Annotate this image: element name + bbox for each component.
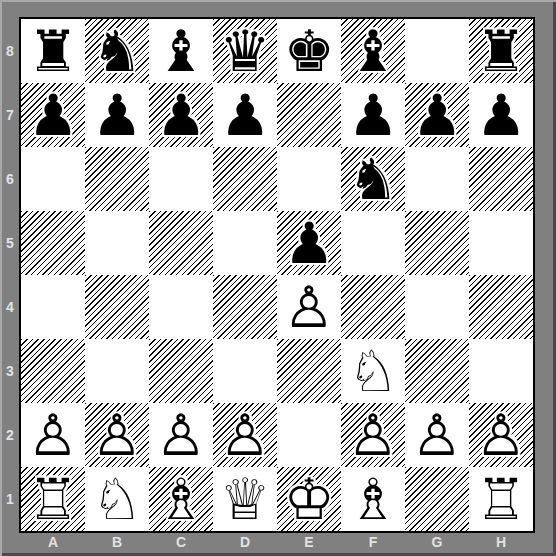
piece-white-pawn: ♙ <box>405 403 469 467</box>
square-a2[interactable]: ♟♙ <box>21 403 85 467</box>
rank-label-6: 6 <box>1 147 19 211</box>
square-e8[interactable]: ♚ <box>277 19 341 83</box>
piece-black-pawn: ♟ <box>149 83 213 147</box>
piece-black-bishop: ♝ <box>341 19 405 83</box>
square-b3[interactable] <box>85 339 149 403</box>
square-h2[interactable]: ♟♙ <box>469 403 533 467</box>
file-label-f: F <box>341 533 405 553</box>
piece-white-pawn-fill: ♟ <box>405 403 469 467</box>
piece-white-bishop: ♗ <box>341 467 405 531</box>
square-f4[interactable] <box>341 275 405 339</box>
square-c6[interactable] <box>149 147 213 211</box>
square-e5[interactable]: ♟ <box>277 211 341 275</box>
square-a1[interactable]: ♜♖ <box>21 467 85 531</box>
piece-black-pawn: ♟ <box>21 83 85 147</box>
piece-white-knight-fill: ♞ <box>85 467 149 531</box>
file-label-e: E <box>277 533 341 553</box>
square-b2[interactable]: ♟♙ <box>85 403 149 467</box>
square-e2[interactable] <box>277 403 341 467</box>
file-label-a: A <box>21 533 85 553</box>
square-e6[interactable] <box>277 147 341 211</box>
rank-label-1: 1 <box>1 467 19 531</box>
piece-black-pawn: ♟ <box>469 83 533 147</box>
square-g6[interactable] <box>405 147 469 211</box>
square-c7[interactable]: ♟ <box>149 83 213 147</box>
square-h1[interactable]: ♜♖ <box>469 467 533 531</box>
piece-white-pawn-fill: ♟ <box>469 403 533 467</box>
piece-white-pawn: ♙ <box>213 403 277 467</box>
piece-white-pawn: ♙ <box>277 275 341 339</box>
piece-white-pawn-fill: ♟ <box>21 403 85 467</box>
piece-black-pawn: ♟ <box>405 83 469 147</box>
piece-black-knight: ♞ <box>85 19 149 83</box>
piece-black-knight: ♞ <box>341 147 405 211</box>
square-e4[interactable]: ♟♙ <box>277 275 341 339</box>
square-h4[interactable] <box>469 275 533 339</box>
square-c4[interactable] <box>149 275 213 339</box>
square-h5[interactable] <box>469 211 533 275</box>
piece-white-queen: ♕ <box>213 467 277 531</box>
piece-white-knight-fill: ♞ <box>341 339 405 403</box>
square-c3[interactable] <box>149 339 213 403</box>
rank-label-4: 4 <box>1 275 19 339</box>
piece-white-king-fill: ♚ <box>277 467 341 531</box>
square-d5[interactable] <box>213 211 277 275</box>
file-label-g: G <box>405 533 469 553</box>
square-f6[interactable]: ♞ <box>341 147 405 211</box>
chess-board: ♜♞♝♛♚♝♜♟♟♟♟♟♟♟♞♟♟♙♞♘♟♙♟♙♟♙♟♙♟♙♟♙♟♙♜♖♞♘♝♗… <box>19 17 535 533</box>
piece-white-pawn: ♙ <box>149 403 213 467</box>
square-b4[interactable] <box>85 275 149 339</box>
piece-white-pawn: ♙ <box>469 403 533 467</box>
square-c8[interactable]: ♝ <box>149 19 213 83</box>
piece-white-bishop: ♗ <box>149 467 213 531</box>
square-g8[interactable] <box>405 19 469 83</box>
piece-white-pawn: ♙ <box>341 403 405 467</box>
square-c5[interactable] <box>149 211 213 275</box>
square-g7[interactable]: ♟ <box>405 83 469 147</box>
rank-label-8: 8 <box>1 19 19 83</box>
square-b8[interactable]: ♞ <box>85 19 149 83</box>
piece-black-rook: ♜ <box>469 19 533 83</box>
piece-white-pawn-fill: ♟ <box>149 403 213 467</box>
piece-white-pawn: ♙ <box>85 403 149 467</box>
square-f3[interactable]: ♞♘ <box>341 339 405 403</box>
piece-white-pawn: ♙ <box>21 403 85 467</box>
square-c2[interactable]: ♟♙ <box>149 403 213 467</box>
piece-white-queen-fill: ♛ <box>213 467 277 531</box>
square-a8[interactable]: ♜ <box>21 19 85 83</box>
rank-label-5: 5 <box>1 211 19 275</box>
square-h3[interactable] <box>469 339 533 403</box>
square-g5[interactable] <box>405 211 469 275</box>
square-g3[interactable] <box>405 339 469 403</box>
square-d2[interactable]: ♟♙ <box>213 403 277 467</box>
square-d4[interactable] <box>213 275 277 339</box>
square-g2[interactable]: ♟♙ <box>405 403 469 467</box>
square-b7[interactable]: ♟ <box>85 83 149 147</box>
square-d6[interactable] <box>213 147 277 211</box>
square-a5[interactable] <box>21 211 85 275</box>
square-h8[interactable]: ♜ <box>469 19 533 83</box>
piece-white-knight: ♘ <box>341 339 405 403</box>
square-b5[interactable] <box>85 211 149 275</box>
piece-white-king: ♔ <box>277 467 341 531</box>
file-label-b: B <box>85 533 149 553</box>
piece-white-bishop-fill: ♝ <box>341 467 405 531</box>
square-f7[interactable]: ♟ <box>341 83 405 147</box>
square-a6[interactable] <box>21 147 85 211</box>
square-b1[interactable]: ♞♘ <box>85 467 149 531</box>
square-h7[interactable]: ♟ <box>469 83 533 147</box>
square-f8[interactable]: ♝ <box>341 19 405 83</box>
piece-black-bishop: ♝ <box>149 19 213 83</box>
square-e1[interactable]: ♚♔ <box>277 467 341 531</box>
piece-white-pawn-fill: ♟ <box>213 403 277 467</box>
piece-white-knight: ♘ <box>85 467 149 531</box>
square-f5[interactable] <box>341 211 405 275</box>
square-a3[interactable] <box>21 339 85 403</box>
rank-label-3: 3 <box>1 339 19 403</box>
piece-black-pawn: ♟ <box>213 83 277 147</box>
square-a4[interactable] <box>21 275 85 339</box>
piece-black-pawn: ♟ <box>341 83 405 147</box>
piece-black-rook: ♜ <box>21 19 85 83</box>
square-g1[interactable] <box>405 467 469 531</box>
file-label-c: C <box>149 533 213 553</box>
square-e3[interactable] <box>277 339 341 403</box>
rank-label-2: 2 <box>1 403 19 467</box>
square-g4[interactable] <box>405 275 469 339</box>
piece-white-rook: ♖ <box>469 467 533 531</box>
piece-white-pawn-fill: ♟ <box>277 275 341 339</box>
piece-white-rook-fill: ♜ <box>21 467 85 531</box>
piece-black-pawn: ♟ <box>277 211 341 275</box>
square-h6[interactable] <box>469 147 533 211</box>
square-d7[interactable]: ♟ <box>213 83 277 147</box>
file-label-h: H <box>469 533 533 553</box>
piece-white-rook: ♖ <box>21 467 85 531</box>
board-frame: ♜♞♝♛♚♝♜♟♟♟♟♟♟♟♞♟♟♙♞♘♟♙♟♙♟♙♟♙♟♙♟♙♟♙♜♖♞♘♝♗… <box>0 0 556 556</box>
piece-white-bishop-fill: ♝ <box>149 467 213 531</box>
piece-black-pawn: ♟ <box>85 83 149 147</box>
square-f1[interactable]: ♝♗ <box>341 467 405 531</box>
file-label-d: D <box>213 533 277 553</box>
piece-black-king: ♚ <box>277 19 341 83</box>
piece-white-pawn-fill: ♟ <box>85 403 149 467</box>
square-e7[interactable] <box>277 83 341 147</box>
square-f2[interactable]: ♟♙ <box>341 403 405 467</box>
square-d1[interactable]: ♛♕ <box>213 467 277 531</box>
piece-black-queen: ♛ <box>213 19 277 83</box>
square-a7[interactable]: ♟ <box>21 83 85 147</box>
square-c1[interactable]: ♝♗ <box>149 467 213 531</box>
piece-white-pawn-fill: ♟ <box>341 403 405 467</box>
square-d8[interactable]: ♛ <box>213 19 277 83</box>
square-d3[interactable] <box>213 339 277 403</box>
rank-label-7: 7 <box>1 83 19 147</box>
piece-white-rook-fill: ♜ <box>469 467 533 531</box>
square-b6[interactable] <box>85 147 149 211</box>
